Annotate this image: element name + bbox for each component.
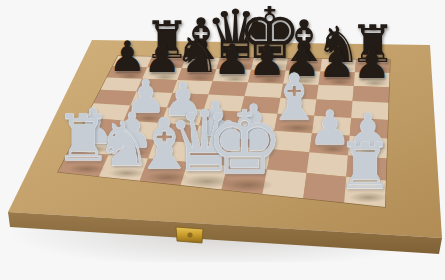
piece-white-rook-h1[interactable]: ♜ — [337, 136, 394, 200]
piece-black-pawn-d7[interactable]: ♟ — [213, 39, 251, 81]
piece-black-pawn-h7[interactable]: ♟ — [353, 43, 391, 85]
brass-clasp — [176, 227, 203, 243]
chessboard-photo: ♜♝♛♚♝♞♜♟♟♞♟♟♟♟♟♟♟♝♟♟♟♟♟♟♜♞♝♛♚♜ — [0, 0, 445, 280]
piece-black-pawn-g7[interactable]: ♟ — [318, 42, 356, 84]
piece-white-king-e1[interactable]: ♚ — [205, 99, 284, 187]
clasp-knob — [187, 232, 192, 237]
